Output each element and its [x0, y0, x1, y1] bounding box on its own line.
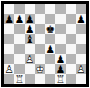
square-f7[interactable]	[55, 14, 65, 24]
square-a4[interactable]	[4, 44, 14, 54]
white-rook-outline: ♖	[55, 74, 65, 84]
piece-black-pawn[interactable]: ♟	[14, 14, 24, 24]
square-f5[interactable]	[55, 34, 65, 44]
square-b4[interactable]	[14, 44, 24, 54]
square-e3[interactable]	[45, 54, 55, 64]
piece-black-pawn[interactable]: ♟	[4, 14, 14, 24]
square-b5[interactable]	[14, 34, 24, 44]
square-e2[interactable]	[45, 64, 55, 74]
square-d5[interactable]	[35, 34, 45, 44]
square-d6[interactable]	[35, 24, 45, 34]
square-g7[interactable]	[66, 14, 76, 24]
square-b3[interactable]	[14, 54, 24, 64]
square-g6[interactable]	[66, 24, 76, 34]
chess-diagram: ♟♟♟♟♟♚♝♟♟♙♟♟♙♚♔♟♟♙♜♖♜♖	[0, 0, 90, 88]
square-a6[interactable]	[4, 24, 14, 34]
square-d7[interactable]	[35, 14, 45, 24]
white-pawn-outline: ♙	[25, 54, 35, 64]
square-e1[interactable]	[45, 74, 55, 84]
square-a5[interactable]	[4, 34, 14, 44]
square-g5[interactable]	[66, 34, 76, 44]
square-d1[interactable]	[35, 74, 45, 84]
white-rook-outline: ♖	[14, 74, 24, 84]
square-f8[interactable]	[55, 4, 65, 14]
piece-black-bishop[interactable]: ♝	[25, 34, 35, 44]
chess-board[interactable]: ♟♟♟♟♟♚♝♟♟♙♟♟♙♚♔♟♟♙♜♖♜♖	[4, 4, 86, 84]
square-g1[interactable]	[66, 74, 76, 84]
piece-black-pawn[interactable]: ♟	[45, 44, 55, 54]
square-h6[interactable]	[76, 24, 86, 34]
piece-white-rook[interactable]: ♜♖	[14, 74, 24, 84]
piece-white-pawn[interactable]: ♟♙	[25, 54, 35, 64]
piece-black-king[interactable]: ♚	[45, 24, 55, 34]
board-frame: ♟♟♟♟♟♚♝♟♟♙♟♟♙♚♔♟♟♙♜♖♜♖	[1, 1, 89, 87]
square-a7[interactable]: ♟	[4, 14, 14, 24]
piece-white-pawn[interactable]: ♟♙	[4, 64, 14, 74]
square-h2[interactable]: ♟♙	[76, 64, 86, 74]
square-b7[interactable]: ♟	[14, 14, 24, 24]
square-d4[interactable]	[35, 44, 45, 54]
square-g3[interactable]	[66, 54, 76, 64]
square-b1[interactable]: ♜♖	[14, 74, 24, 84]
square-c1[interactable]	[25, 74, 35, 84]
square-c2[interactable]	[25, 64, 35, 74]
white-king-outline: ♔	[35, 64, 45, 74]
square-c3[interactable]: ♟♙	[25, 54, 35, 64]
square-g2[interactable]	[66, 64, 76, 74]
piece-white-rook[interactable]: ♜♖	[55, 74, 65, 84]
square-h1[interactable]	[76, 74, 86, 84]
square-b6[interactable]	[14, 24, 24, 34]
square-h5[interactable]	[76, 34, 86, 44]
white-pawn-outline: ♙	[4, 64, 14, 74]
square-a2[interactable]: ♟♙	[4, 64, 14, 74]
square-c5[interactable]: ♝	[25, 34, 35, 44]
piece-white-king[interactable]: ♚♔	[35, 64, 45, 74]
square-e4[interactable]: ♟	[45, 44, 55, 54]
square-e8[interactable]	[45, 4, 55, 14]
square-g4[interactable]	[66, 44, 76, 54]
square-h4[interactable]	[76, 44, 86, 54]
square-f1[interactable]: ♜♖	[55, 74, 65, 84]
square-h7[interactable]: ♟	[76, 14, 86, 24]
square-g8[interactable]	[66, 4, 76, 14]
piece-white-pawn[interactable]: ♟♙	[76, 64, 86, 74]
square-a1[interactable]	[4, 74, 14, 84]
square-f6[interactable]	[55, 24, 65, 34]
piece-black-pawn[interactable]: ♟	[76, 14, 86, 24]
square-d8[interactable]	[35, 4, 45, 14]
square-e6[interactable]: ♚	[45, 24, 55, 34]
white-pawn-outline: ♙	[76, 64, 86, 74]
square-d2[interactable]: ♚♔	[35, 64, 45, 74]
